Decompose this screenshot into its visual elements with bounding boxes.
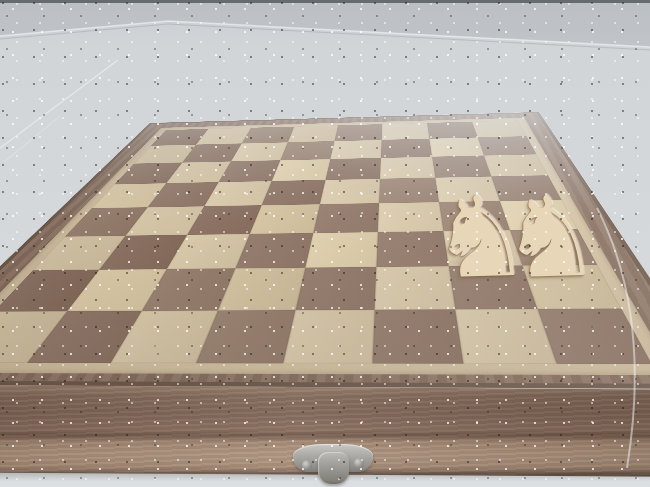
square-f8[interactable]	[382, 123, 430, 140]
latch-knob	[318, 452, 349, 484]
square-e7[interactable]	[330, 140, 381, 159]
box-latch	[291, 440, 375, 486]
square-g8[interactable]	[427, 122, 478, 139]
square-f6[interactable]	[380, 157, 435, 179]
square-e5[interactable]	[320, 179, 380, 204]
square-d8[interactable]	[288, 125, 338, 142]
square-h8[interactable]	[472, 120, 526, 137]
square-e6[interactable]	[326, 158, 381, 180]
square-g7[interactable]	[429, 137, 484, 156]
square-e8[interactable]	[334, 124, 382, 141]
square-f7[interactable]	[381, 139, 432, 158]
square-d6[interactable]	[272, 159, 331, 181]
square-f1[interactable]	[372, 309, 463, 363]
square-h7[interactable]	[478, 136, 537, 155]
photo-scene: ♞♞	[0, 0, 650, 487]
square-d7[interactable]	[280, 141, 334, 160]
latch-screw-left	[302, 460, 312, 470]
wall-scratch	[0, 60, 118, 148]
square-d4[interactable]	[250, 204, 320, 234]
square-h1[interactable]	[537, 309, 650, 365]
wall-upper-panel	[0, 3, 650, 47]
square-d3[interactable]	[235, 233, 313, 268]
square-e2[interactable]	[296, 267, 377, 310]
square-d5[interactable]	[262, 180, 326, 205]
square-e4[interactable]	[313, 203, 379, 233]
square-c7[interactable]	[231, 142, 288, 161]
square-c8[interactable]	[242, 127, 295, 144]
white-knight-h3[interactable]: ♞	[495, 179, 608, 294]
latch-screw-right	[354, 458, 364, 468]
square-e3[interactable]	[305, 232, 378, 268]
square-e1[interactable]	[283, 310, 374, 364]
